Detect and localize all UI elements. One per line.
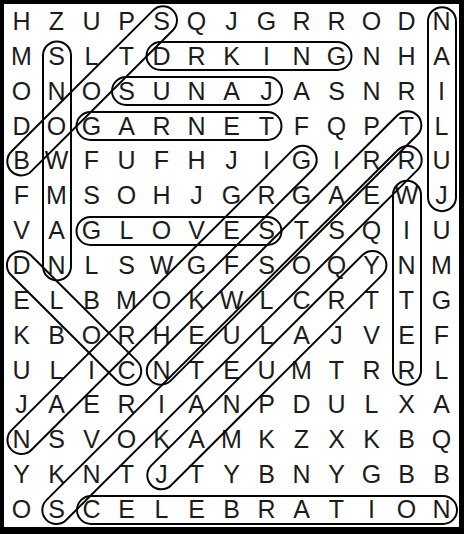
grid-letter: S <box>118 253 135 278</box>
grid-cell[interactable]: O <box>144 283 179 318</box>
grid-letter: J <box>330 323 343 348</box>
grid-cell[interactable]: R <box>284 4 319 39</box>
grid-cell[interactable]: S <box>249 213 284 248</box>
grid-cell[interactable]: A <box>179 422 214 457</box>
grid-cell[interactable]: N <box>179 109 214 144</box>
grid-cell[interactable]: L <box>249 283 284 318</box>
grid-letter: N <box>292 462 310 487</box>
grid-cell[interactable]: R <box>319 283 354 318</box>
grid-cell[interactable]: E <box>179 492 214 527</box>
grid-letter: Y <box>13 462 30 487</box>
grid-cell[interactable]: N <box>74 457 109 492</box>
grid-cell[interactable]: A <box>284 74 319 109</box>
grid-cell[interactable]: N <box>39 248 74 283</box>
grid-cell[interactable]: A <box>424 388 459 423</box>
grid-cell[interactable]: O <box>39 109 74 144</box>
grid-cell[interactable]: O <box>354 4 389 39</box>
grid-cell[interactable]: G <box>284 143 319 178</box>
grid-cell[interactable]: F <box>284 109 319 144</box>
grid-cell[interactable]: T <box>354 283 389 318</box>
grid-cell[interactable]: Z <box>284 422 319 457</box>
grid-cell[interactable]: G <box>319 39 354 74</box>
grid-cell[interactable]: U <box>74 4 109 39</box>
grid-cell[interactable]: L <box>354 388 389 423</box>
grid-letter: L <box>365 392 379 417</box>
grid-cell[interactable]: C <box>284 283 319 318</box>
grid-letter: E <box>188 497 205 522</box>
grid-cell[interactable]: I <box>424 74 459 109</box>
grid-cell[interactable]: U <box>4 353 39 388</box>
grid-cell[interactable]: T <box>284 213 319 248</box>
grid-cell[interactable]: E <box>389 318 424 353</box>
grid-letter: O <box>152 288 171 313</box>
grid-cell[interactable]: A <box>214 74 249 109</box>
grid-cell[interactable]: J <box>249 74 284 109</box>
grid-cell[interactable]: I <box>354 492 389 527</box>
grid-letter: F <box>224 253 239 278</box>
grid-cell[interactable]: Q <box>424 422 459 457</box>
grid-cell[interactable]: B <box>39 318 74 353</box>
grid-cell[interactable]: E <box>179 318 214 353</box>
grid-cell[interactable]: E <box>214 213 249 248</box>
grid-letter: B <box>223 497 240 522</box>
grid-letter: U <box>432 218 450 243</box>
grid-cell[interactable]: N <box>284 457 319 492</box>
grid-letter: T <box>399 288 414 313</box>
grid-letter: O <box>362 9 381 34</box>
grid-cell[interactable]: K <box>354 422 389 457</box>
grid-letter: B <box>398 427 415 452</box>
grid-cell[interactable]: N <box>144 353 179 388</box>
grid-cell[interactable]: R <box>249 178 284 213</box>
grid-cell[interactable]: N <box>354 74 389 109</box>
grid-letter: N <box>432 497 450 522</box>
grid-cell[interactable]: Q <box>319 248 354 283</box>
grid-cell[interactable]: T <box>319 353 354 388</box>
grid-letter: S <box>328 79 345 104</box>
grid-cell[interactable]: L <box>249 318 284 353</box>
grid-letter: A <box>188 427 205 452</box>
grid-letter: L <box>50 358 64 383</box>
grid-cell[interactable]: N <box>354 39 389 74</box>
grid-cell[interactable]: N <box>214 388 249 423</box>
grid-cell[interactable]: L <box>74 248 109 283</box>
grid-letter: A <box>328 183 345 208</box>
grid-cell[interactable]: T <box>179 457 214 492</box>
grid-letter: N <box>397 253 415 278</box>
grid-cell[interactable]: Q <box>319 109 354 144</box>
grid-cell[interactable]: M <box>109 283 144 318</box>
grid-cell[interactable]: W <box>144 248 179 283</box>
grid-letter: F <box>154 148 169 173</box>
grid-cell[interactable]: L <box>424 109 459 144</box>
grid-cell[interactable]: M <box>284 353 319 388</box>
grid-letter: L <box>155 497 169 522</box>
grid-letter: G <box>292 148 311 173</box>
grid-cell[interactable]: I <box>249 39 284 74</box>
grid-cell[interactable]: U <box>214 318 249 353</box>
grid-cell[interactable]: T <box>109 39 144 74</box>
grid-cell[interactable]: R <box>354 353 389 388</box>
grid-cell[interactable]: T <box>389 283 424 318</box>
grid-cell[interactable]: U <box>424 213 459 248</box>
grid-cell[interactable]: G <box>354 457 389 492</box>
grid-cell[interactable]: S <box>109 248 144 283</box>
grid-cell[interactable]: O <box>4 492 39 527</box>
grid-letter: C <box>117 358 135 383</box>
grid-letter: H <box>12 9 30 34</box>
grid-letter: D <box>12 114 30 139</box>
grid-letter: F <box>294 114 309 139</box>
grid-cell[interactable]: C <box>109 353 144 388</box>
grid-letter: O <box>82 79 101 104</box>
grid-letter: K <box>48 462 65 487</box>
grid-cell[interactable]: N <box>179 74 214 109</box>
grid-letter: N <box>292 44 310 69</box>
grid-cell[interactable]: T <box>249 109 284 144</box>
grid-cell[interactable]: U <box>249 353 284 388</box>
grid-cell[interactable]: A <box>179 388 214 423</box>
grid-letter: J <box>15 392 28 417</box>
grid-letter: F <box>434 323 449 348</box>
grid-cell[interactable]: L <box>144 492 179 527</box>
grid-letter: D <box>397 9 415 34</box>
grid-cell[interactable]: T <box>389 109 424 144</box>
grid-cell[interactable]: T <box>179 353 214 388</box>
grid-letter: O <box>117 427 136 452</box>
grid-cell[interactable]: Y <box>319 457 354 492</box>
grid-cell[interactable]: B <box>4 143 39 178</box>
grid-cell[interactable]: G <box>74 213 109 248</box>
grid-cell[interactable]: S <box>39 492 74 527</box>
grid-cell[interactable]: B <box>389 422 424 457</box>
grid-cell[interactable]: P <box>109 4 144 39</box>
grid-cell[interactable]: U <box>319 388 354 423</box>
grid-cell[interactable]: I <box>74 353 109 388</box>
grid-cell[interactable]: O <box>74 318 109 353</box>
grid-cell[interactable]: N <box>4 422 39 457</box>
grid-cell[interactable]: K <box>39 457 74 492</box>
grid-cell[interactable]: A <box>424 39 459 74</box>
grid-letter: R <box>362 358 380 383</box>
grid-letter: G <box>257 9 276 34</box>
grid-cell[interactable]: Y <box>214 457 249 492</box>
grid-letter: L <box>435 358 449 383</box>
grid-cell[interactable]: N <box>424 4 459 39</box>
grid-cell[interactable]: O <box>4 74 39 109</box>
grid-letter: L <box>85 44 99 69</box>
grid-cell[interactable]: E <box>74 388 109 423</box>
grid-letter: I <box>263 44 270 69</box>
grid-letter: E <box>223 358 240 383</box>
grid-letter: L <box>435 114 449 139</box>
grid-letter: U <box>12 358 30 383</box>
grid-cell[interactable]: A <box>319 178 354 213</box>
grid-letter: H <box>152 323 170 348</box>
grid-cell[interactable]: J <box>319 318 354 353</box>
grid-letter: G <box>187 253 206 278</box>
grid-letter: T <box>294 218 309 243</box>
grid-letter: B <box>83 288 100 313</box>
grid-letter: T <box>329 358 344 383</box>
grid-cell[interactable]: C <box>74 492 109 527</box>
grid-letter: T <box>119 462 134 487</box>
grid-cell[interactable]: U <box>144 74 179 109</box>
grid-cell[interactable]: L <box>74 39 109 74</box>
grid-cell[interactable]: I <box>144 388 179 423</box>
grid-letter: A <box>48 392 65 417</box>
grid-cell[interactable]: H <box>4 4 39 39</box>
grid-letter: Q <box>187 9 206 34</box>
grid-cell[interactable]: P <box>249 388 284 423</box>
grid-cell[interactable]: G <box>284 178 319 213</box>
grid-cell[interactable]: E <box>354 178 389 213</box>
grid-cell[interactable]: J <box>179 178 214 213</box>
grid-cell[interactable]: K <box>214 39 249 74</box>
grid-cell[interactable]: N <box>389 248 424 283</box>
grid-letter: A <box>293 497 310 522</box>
grid-cell[interactable]: K <box>249 422 284 457</box>
grid-letter: S <box>48 44 65 69</box>
grid-cell[interactable]: R <box>319 4 354 39</box>
grid-cell[interactable]: Q <box>179 4 214 39</box>
grid-cell[interactable]: J <box>4 388 39 423</box>
grid-letter: E <box>223 114 240 139</box>
grid-letter: Q <box>432 427 451 452</box>
grid-letter: A <box>433 392 450 417</box>
grid-cell[interactable]: B <box>424 457 459 492</box>
grid-cell[interactable]: P <box>354 109 389 144</box>
grid-letter: K <box>363 427 380 452</box>
grid-cell[interactable]: D <box>284 388 319 423</box>
grid-letter: Q <box>362 218 381 243</box>
grid-letter: J <box>155 462 168 487</box>
grid-letter: S <box>258 218 275 243</box>
grid-cell[interactable]: V <box>4 213 39 248</box>
grid-cell[interactable]: O <box>74 74 109 109</box>
grid-cell[interactable]: H <box>389 39 424 74</box>
grid-cell[interactable]: W <box>39 143 74 178</box>
grid-cell[interactable]: A <box>109 109 144 144</box>
grid-cell[interactable]: I <box>389 213 424 248</box>
grid-cell[interactable]: F <box>144 143 179 178</box>
grid-cell[interactable]: L <box>39 283 74 318</box>
grid-cell[interactable]: R <box>249 492 284 527</box>
grid-cell[interactable]: E <box>214 353 249 388</box>
grid-cell[interactable]: A <box>39 388 74 423</box>
grid-cell[interactable]: R <box>109 388 144 423</box>
grid-cell[interactable]: J <box>144 457 179 492</box>
grid-letter: S <box>153 9 170 34</box>
grid-letter: L <box>120 218 134 243</box>
grid-letter: L <box>85 253 99 278</box>
grid-cell[interactable]: O <box>109 422 144 457</box>
grid-cell[interactable]: H <box>144 318 179 353</box>
grid-letter: P <box>118 9 135 34</box>
grid-letter: J <box>190 183 203 208</box>
grid-cell[interactable]: A <box>39 213 74 248</box>
grid-cell[interactable]: H <box>144 178 179 213</box>
grid-letter: T <box>119 44 134 69</box>
grid-cell[interactable]: M <box>424 248 459 283</box>
grid-letter: G <box>362 462 381 487</box>
grid-cell[interactable]: R <box>389 143 424 178</box>
grid-cell[interactable]: F <box>424 318 459 353</box>
grid-cell[interactable]: M <box>4 39 39 74</box>
grid-cell[interactable]: A <box>284 318 319 353</box>
grid-cell[interactable]: B <box>214 492 249 527</box>
grid-cell[interactable]: Y <box>4 457 39 492</box>
grid-cell[interactable]: S <box>319 74 354 109</box>
grid-letter: G <box>222 183 241 208</box>
grid-letter: U <box>117 148 135 173</box>
grid-cell[interactable]: R <box>179 39 214 74</box>
grid-letter: Q <box>327 253 346 278</box>
grid-letter: N <box>432 9 450 34</box>
grid-cell[interactable]: T <box>109 457 144 492</box>
grid-cell[interactable]: Q <box>354 213 389 248</box>
grid-cell[interactable]: S <box>319 213 354 248</box>
grid-letter: E <box>363 183 380 208</box>
grid-letter: S <box>48 427 65 452</box>
grid-cell[interactable]: B <box>389 457 424 492</box>
grid-cell[interactable]: W <box>389 178 424 213</box>
grid-letter: A <box>118 114 135 139</box>
grid-cell[interactable]: O <box>284 248 319 283</box>
grid-letter: N <box>47 79 65 104</box>
grid-cell[interactable]: S <box>249 248 284 283</box>
grid-cell[interactable]: U <box>109 143 144 178</box>
grid-cell[interactable]: G <box>249 4 284 39</box>
grid-cell[interactable]: R <box>109 318 144 353</box>
grid-cell[interactable]: E <box>214 109 249 144</box>
grid-cell[interactable]: L <box>39 353 74 388</box>
grid-cell[interactable]: D <box>4 248 39 283</box>
grid-cell[interactable]: M <box>39 178 74 213</box>
grid-letter: J <box>260 79 273 104</box>
grid-letter: F <box>14 183 29 208</box>
grid-letter: E <box>223 218 240 243</box>
grid-letter: Z <box>49 9 64 34</box>
grid-cell[interactable]: O <box>389 492 424 527</box>
grid-cell[interactable]: X <box>389 388 424 423</box>
grid-cell[interactable]: G <box>179 248 214 283</box>
grid-cell[interactable]: H <box>179 143 214 178</box>
grid-cell[interactable]: I <box>319 143 354 178</box>
grid-cell[interactable]: N <box>39 74 74 109</box>
grid-cell[interactable]: A <box>284 492 319 527</box>
grid-letter: M <box>221 427 242 452</box>
grid-letter: I <box>158 392 165 417</box>
grid-cell[interactable]: B <box>74 283 109 318</box>
grid-cell[interactable]: V <box>354 318 389 353</box>
grid-letter: P <box>363 114 380 139</box>
grid-letter: O <box>292 253 311 278</box>
grid-letter: W <box>150 253 174 278</box>
grid-cell[interactable]: S <box>109 74 144 109</box>
grid-cell[interactable]: R <box>354 143 389 178</box>
grid-letter: K <box>13 323 30 348</box>
grid-cell[interactable]: N <box>284 39 319 74</box>
grid-cell[interactable]: I <box>249 143 284 178</box>
grid-cell[interactable]: D <box>4 109 39 144</box>
letter-grid: HZUPSQJGRRODNMSLTDRKINGNHAONOSUNAJASNRID… <box>4 4 459 527</box>
grid-letter: M <box>116 288 137 313</box>
grid-letter: N <box>82 462 100 487</box>
grid-cell[interactable]: L <box>109 213 144 248</box>
grid-cell[interactable]: U <box>424 143 459 178</box>
grid-cell[interactable]: M <box>214 422 249 457</box>
grid-cell[interactable]: S <box>39 39 74 74</box>
grid-letter: J <box>225 148 238 173</box>
grid-cell[interactable]: J <box>214 143 249 178</box>
grid-letter: R <box>117 323 135 348</box>
grid-cell[interactable]: D <box>144 39 179 74</box>
grid-cell[interactable]: K <box>4 318 39 353</box>
grid-cell[interactable]: Y <box>354 248 389 283</box>
grid-letter: C <box>82 497 100 522</box>
grid-letter: M <box>431 253 452 278</box>
grid-cell[interactable]: F <box>4 178 39 213</box>
grid-cell[interactable]: G <box>214 178 249 213</box>
grid-cell[interactable]: J <box>214 4 249 39</box>
grid-cell[interactable]: X <box>319 422 354 457</box>
grid-cell[interactable]: R <box>144 109 179 144</box>
grid-cell[interactable]: L <box>424 353 459 388</box>
grid-cell[interactable]: F <box>74 143 109 178</box>
grid-cell[interactable]: Z <box>39 4 74 39</box>
grid-letter: O <box>152 218 171 243</box>
grid-cell[interactable]: F <box>214 248 249 283</box>
grid-cell[interactable]: S <box>144 4 179 39</box>
grid-letter: A <box>188 392 205 417</box>
grid-letter: R <box>257 183 275 208</box>
grid-cell[interactable]: S <box>39 422 74 457</box>
grid-letter: O <box>397 497 416 522</box>
grid-cell[interactable]: K <box>144 422 179 457</box>
grid-letter: R <box>397 79 415 104</box>
grid-letter: G <box>82 218 101 243</box>
grid-cell[interactable]: E <box>109 492 144 527</box>
grid-cell[interactable]: O <box>109 178 144 213</box>
grid-cell[interactable]: V <box>74 422 109 457</box>
grid-cell[interactable]: R <box>389 353 424 388</box>
grid-cell[interactable]: B <box>249 457 284 492</box>
grid-cell[interactable]: T <box>319 492 354 527</box>
grid-cell[interactable]: K <box>179 283 214 318</box>
grid-cell[interactable]: V <box>179 213 214 248</box>
grid-cell[interactable]: G <box>74 109 109 144</box>
grid-cell[interactable]: S <box>74 178 109 213</box>
grid-cell[interactable]: N <box>424 492 459 527</box>
grid-letter: U <box>152 79 170 104</box>
grid-letter: M <box>11 44 32 69</box>
grid-letter: B <box>258 462 275 487</box>
grid-cell[interactable]: G <box>424 283 459 318</box>
grid-letter: D <box>152 44 170 69</box>
grid-letter: R <box>397 148 415 173</box>
grid-cell[interactable]: O <box>144 213 179 248</box>
grid-cell[interactable]: E <box>4 283 39 318</box>
grid-letter: I <box>333 148 340 173</box>
grid-cell[interactable]: D <box>389 4 424 39</box>
grid-letter: R <box>327 288 345 313</box>
grid-letter: H <box>397 44 415 69</box>
grid-cell[interactable]: W <box>214 283 249 318</box>
grid-letter: N <box>187 114 205 139</box>
grid-cell[interactable]: R <box>389 74 424 109</box>
grid-cell[interactable]: J <box>424 178 459 213</box>
